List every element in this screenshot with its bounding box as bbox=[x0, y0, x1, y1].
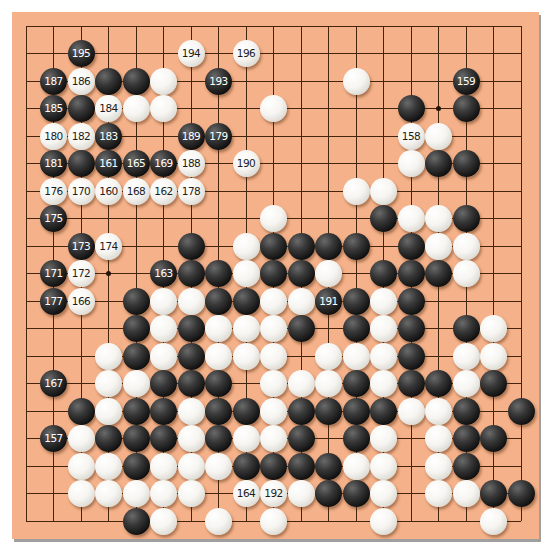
stone-white[interactable] bbox=[398, 205, 425, 232]
stone-white[interactable]: 160 bbox=[95, 178, 122, 205]
stone-white[interactable]: 190 bbox=[233, 150, 260, 177]
stone-white[interactable] bbox=[150, 480, 177, 507]
move-number-label: 157 bbox=[40, 425, 67, 452]
stone-black[interactable] bbox=[233, 453, 260, 480]
stone-black[interactable] bbox=[260, 233, 287, 260]
stone-white[interactable] bbox=[425, 123, 452, 150]
stone-white[interactable] bbox=[178, 453, 205, 480]
stone-black[interactable] bbox=[205, 398, 232, 425]
board-frame: 1951941961871861931591851841801821831891… bbox=[0, 0, 550, 550]
stone-white[interactable] bbox=[233, 343, 260, 370]
stone-white[interactable] bbox=[150, 288, 177, 315]
move-number-label: 181 bbox=[40, 150, 67, 177]
stone-white[interactable]: 162 bbox=[150, 178, 177, 205]
stone-white[interactable] bbox=[315, 370, 342, 397]
stone-black[interactable] bbox=[178, 233, 205, 260]
move-number-label: 166 bbox=[68, 288, 95, 315]
stone-black[interactable] bbox=[205, 370, 232, 397]
stone-black[interactable] bbox=[453, 95, 480, 122]
move-number-label: 182 bbox=[68, 123, 95, 150]
stone-white[interactable] bbox=[178, 288, 205, 315]
stone-white[interactable] bbox=[95, 343, 122, 370]
stone-black[interactable] bbox=[123, 288, 150, 315]
stone-black[interactable] bbox=[453, 425, 480, 452]
stone-white[interactable]: 174 bbox=[95, 233, 122, 260]
move-number-label: 196 bbox=[233, 40, 260, 67]
stone-black[interactable] bbox=[68, 95, 95, 122]
stone-white[interactable] bbox=[260, 508, 287, 535]
stone-black[interactable] bbox=[95, 425, 122, 452]
stone-black[interactable] bbox=[178, 370, 205, 397]
stone-white[interactable] bbox=[370, 425, 397, 452]
move-number-label: 173 bbox=[68, 233, 95, 260]
stone-black[interactable]: 189 bbox=[178, 123, 205, 150]
stone-white[interactable] bbox=[178, 480, 205, 507]
stone-white[interactable] bbox=[398, 150, 425, 177]
stone-white[interactable] bbox=[68, 453, 95, 480]
stone-white[interactable] bbox=[425, 233, 452, 260]
move-number-label: 163 bbox=[150, 260, 177, 287]
move-number-label: 187 bbox=[40, 68, 67, 95]
stone-black[interactable] bbox=[205, 288, 232, 315]
stone-black[interactable]: 179 bbox=[205, 123, 232, 150]
stone-black[interactable] bbox=[480, 480, 507, 507]
stone-black[interactable]: 175 bbox=[40, 205, 67, 232]
stone-black[interactable] bbox=[150, 425, 177, 452]
stone-white[interactable] bbox=[315, 343, 342, 370]
stone-white[interactable]: 192 bbox=[260, 480, 287, 507]
stone-black[interactable] bbox=[123, 398, 150, 425]
stone-white[interactable] bbox=[260, 398, 287, 425]
move-number-label: 167 bbox=[40, 370, 67, 397]
stone-white[interactable] bbox=[205, 315, 232, 342]
stone-white[interactable] bbox=[150, 95, 177, 122]
stone-black[interactable] bbox=[123, 343, 150, 370]
stone-black[interactable] bbox=[123, 425, 150, 452]
stone-black[interactable]: 163 bbox=[150, 260, 177, 287]
stone-black[interactable] bbox=[123, 508, 150, 535]
hoshi-point bbox=[106, 271, 111, 276]
stone-white[interactable] bbox=[260, 343, 287, 370]
stone-black[interactable] bbox=[343, 288, 370, 315]
stone-white[interactable] bbox=[150, 453, 177, 480]
stone-black[interactable]: 193 bbox=[205, 68, 232, 95]
stone-black[interactable] bbox=[425, 260, 452, 287]
stone-black[interactable]: 191 bbox=[315, 288, 342, 315]
stone-white[interactable] bbox=[343, 453, 370, 480]
stone-black[interactable] bbox=[205, 425, 232, 452]
stone-white[interactable] bbox=[260, 370, 287, 397]
stone-black[interactable] bbox=[315, 398, 342, 425]
grid-line-vertical bbox=[521, 26, 522, 521]
stone-black[interactable]: 185 bbox=[40, 95, 67, 122]
move-number-label: 164 bbox=[233, 480, 260, 507]
stone-white[interactable]: 188 bbox=[178, 150, 205, 177]
move-number-label: 175 bbox=[40, 205, 67, 232]
stone-white[interactable] bbox=[260, 95, 287, 122]
stone-black[interactable] bbox=[343, 480, 370, 507]
stone-black[interactable]: 195 bbox=[68, 40, 95, 67]
stone-black[interactable] bbox=[453, 453, 480, 480]
stone-white[interactable] bbox=[205, 508, 232, 535]
stone-black[interactable] bbox=[150, 370, 177, 397]
move-number-label: 159 bbox=[453, 68, 480, 95]
stone-white[interactable] bbox=[95, 398, 122, 425]
stone-white[interactable] bbox=[370, 480, 397, 507]
stone-black[interactable] bbox=[508, 398, 535, 425]
stone-black[interactable] bbox=[480, 370, 507, 397]
stone-white[interactable] bbox=[233, 315, 260, 342]
stone-white[interactable] bbox=[123, 95, 150, 122]
stone-black[interactable] bbox=[343, 398, 370, 425]
move-number-label: 168 bbox=[123, 178, 150, 205]
stone-white[interactable] bbox=[123, 480, 150, 507]
move-number-label: 165 bbox=[123, 150, 150, 177]
stone-black[interactable] bbox=[398, 315, 425, 342]
stone-white[interactable] bbox=[205, 343, 232, 370]
stone-black[interactable] bbox=[398, 288, 425, 315]
stone-black[interactable] bbox=[398, 95, 425, 122]
move-number-label: 178 bbox=[178, 178, 205, 205]
move-number-label: 170 bbox=[68, 178, 95, 205]
stone-white[interactable] bbox=[178, 425, 205, 452]
stone-black[interactable]: 177 bbox=[40, 288, 67, 315]
stone-black[interactable] bbox=[398, 370, 425, 397]
stone-white[interactable] bbox=[425, 398, 452, 425]
stone-black[interactable] bbox=[178, 315, 205, 342]
stone-white[interactable] bbox=[95, 480, 122, 507]
stone-white[interactable] bbox=[315, 260, 342, 287]
stone-white[interactable] bbox=[233, 260, 260, 287]
stone-black[interactable] bbox=[398, 260, 425, 287]
stone-black[interactable] bbox=[453, 398, 480, 425]
move-number-label: 176 bbox=[40, 178, 67, 205]
stone-white[interactable] bbox=[178, 398, 205, 425]
stone-black[interactable] bbox=[288, 453, 315, 480]
stone-black[interactable]: 161 bbox=[95, 150, 122, 177]
stone-black[interactable] bbox=[123, 68, 150, 95]
move-number-label: 177 bbox=[40, 288, 67, 315]
stone-white[interactable] bbox=[95, 453, 122, 480]
stone-black[interactable]: 173 bbox=[68, 233, 95, 260]
stone-black[interactable] bbox=[178, 343, 205, 370]
stone-white[interactable] bbox=[260, 288, 287, 315]
stone-white[interactable] bbox=[343, 68, 370, 95]
stone-black[interactable] bbox=[95, 68, 122, 95]
stone-black[interactable] bbox=[150, 398, 177, 425]
stone-black[interactable] bbox=[453, 150, 480, 177]
stone-white[interactable] bbox=[343, 178, 370, 205]
stone-black[interactable] bbox=[425, 150, 452, 177]
move-number-label: 161 bbox=[95, 150, 122, 177]
stone-black[interactable] bbox=[398, 343, 425, 370]
go-board[interactable]: 1951941961871861931591851841801821831891… bbox=[12, 12, 539, 539]
stone-black[interactable] bbox=[288, 233, 315, 260]
move-number-label: 179 bbox=[205, 123, 232, 150]
move-number-label: 184 bbox=[95, 95, 122, 122]
stone-white[interactable]: 166 bbox=[68, 288, 95, 315]
stone-black[interactable] bbox=[453, 315, 480, 342]
stone-white[interactable]: 168 bbox=[123, 178, 150, 205]
stone-black[interactable] bbox=[315, 480, 342, 507]
move-number-label: 190 bbox=[233, 150, 260, 177]
stone-black[interactable] bbox=[425, 370, 452, 397]
stone-white[interactable] bbox=[343, 343, 370, 370]
stone-black[interactable] bbox=[480, 425, 507, 452]
move-number-label: 158 bbox=[398, 123, 425, 150]
stone-white[interactable] bbox=[205, 453, 232, 480]
stone-white[interactable] bbox=[95, 370, 122, 397]
move-number-label: 162 bbox=[150, 178, 177, 205]
stone-white[interactable] bbox=[370, 370, 397, 397]
stone-white[interactable]: 164 bbox=[233, 480, 260, 507]
stone-white[interactable] bbox=[453, 370, 480, 397]
stone-black[interactable] bbox=[233, 398, 260, 425]
stone-white[interactable] bbox=[453, 260, 480, 287]
stone-black[interactable]: 183 bbox=[95, 123, 122, 150]
stone-white[interactable]: 172 bbox=[68, 260, 95, 287]
stone-white[interactable]: 176 bbox=[40, 178, 67, 205]
stone-black[interactable] bbox=[233, 288, 260, 315]
hoshi-point bbox=[436, 106, 441, 111]
stone-black[interactable] bbox=[123, 315, 150, 342]
stone-white[interactable] bbox=[150, 68, 177, 95]
move-number-label: 194 bbox=[178, 40, 205, 67]
stone-white[interactable] bbox=[68, 480, 95, 507]
stone-white[interactable]: 180 bbox=[40, 123, 67, 150]
stone-white[interactable] bbox=[425, 453, 452, 480]
stone-white[interactable]: 184 bbox=[95, 95, 122, 122]
move-number-label: 189 bbox=[178, 123, 205, 150]
move-number-label: 171 bbox=[40, 260, 67, 287]
stone-black[interactable]: 159 bbox=[453, 68, 480, 95]
stone-white[interactable]: 158 bbox=[398, 123, 425, 150]
stone-white[interactable]: 182 bbox=[68, 123, 95, 150]
stone-black[interactable]: 171 bbox=[40, 260, 67, 287]
stone-black[interactable] bbox=[315, 453, 342, 480]
stone-white[interactable] bbox=[480, 343, 507, 370]
move-number-label: 183 bbox=[95, 123, 122, 150]
stone-white[interactable] bbox=[260, 315, 287, 342]
move-number-label: 169 bbox=[150, 150, 177, 177]
move-number-label: 188 bbox=[178, 150, 205, 177]
stone-black[interactable] bbox=[178, 260, 205, 287]
stone-white[interactable] bbox=[425, 425, 452, 452]
stone-black[interactable]: 165 bbox=[123, 150, 150, 177]
stone-white[interactable] bbox=[370, 508, 397, 535]
move-number-label: 160 bbox=[95, 178, 122, 205]
move-number-label: 186 bbox=[68, 68, 95, 95]
stone-white[interactable] bbox=[233, 425, 260, 452]
stone-white[interactable] bbox=[370, 453, 397, 480]
stone-black[interactable]: 187 bbox=[40, 68, 67, 95]
move-number-label: 180 bbox=[40, 123, 67, 150]
stone-black[interactable] bbox=[288, 425, 315, 452]
stone-black[interactable] bbox=[68, 150, 95, 177]
stone-white[interactable] bbox=[370, 315, 397, 342]
stone-black[interactable] bbox=[343, 233, 370, 260]
stone-black[interactable] bbox=[288, 260, 315, 287]
move-number-label: 174 bbox=[95, 233, 122, 260]
stone-black[interactable] bbox=[260, 260, 287, 287]
stone-white[interactable] bbox=[370, 288, 397, 315]
move-number-label: 185 bbox=[40, 95, 67, 122]
stone-black[interactable] bbox=[123, 453, 150, 480]
stone-white[interactable]: 170 bbox=[68, 178, 95, 205]
stone-white[interactable] bbox=[288, 370, 315, 397]
stone-black[interactable] bbox=[508, 480, 535, 507]
stone-white[interactable] bbox=[123, 370, 150, 397]
stone-white[interactable] bbox=[68, 425, 95, 452]
stone-white[interactable] bbox=[150, 508, 177, 535]
stone-black[interactable] bbox=[260, 453, 287, 480]
stone-white[interactable] bbox=[453, 343, 480, 370]
stone-white[interactable] bbox=[453, 480, 480, 507]
stone-white[interactable]: 194 bbox=[178, 40, 205, 67]
stone-white[interactable]: 196 bbox=[233, 40, 260, 67]
stone-white[interactable] bbox=[233, 233, 260, 260]
stone-white[interactable] bbox=[260, 205, 287, 232]
stone-white[interactable] bbox=[288, 288, 315, 315]
move-number-label: 172 bbox=[68, 260, 95, 287]
stone-white[interactable] bbox=[398, 398, 425, 425]
stone-white[interactable] bbox=[370, 178, 397, 205]
stone-black[interactable] bbox=[68, 398, 95, 425]
stone-black[interactable] bbox=[288, 315, 315, 342]
stone-white[interactable] bbox=[260, 425, 287, 452]
stone-black[interactable]: 169 bbox=[150, 150, 177, 177]
stone-white[interactable] bbox=[150, 343, 177, 370]
stone-white[interactable] bbox=[480, 315, 507, 342]
stone-black[interactable] bbox=[370, 205, 397, 232]
stone-black[interactable] bbox=[343, 425, 370, 452]
stone-white[interactable] bbox=[288, 480, 315, 507]
move-number-label: 192 bbox=[260, 480, 287, 507]
stone-black[interactable] bbox=[288, 398, 315, 425]
stone-black[interactable] bbox=[315, 233, 342, 260]
move-number-label: 193 bbox=[205, 68, 232, 95]
stone-white[interactable] bbox=[150, 315, 177, 342]
stone-black[interactable] bbox=[343, 370, 370, 397]
stone-black[interactable]: 157 bbox=[40, 425, 67, 452]
stone-black[interactable] bbox=[370, 260, 397, 287]
stone-black[interactable] bbox=[343, 315, 370, 342]
move-number-label: 195 bbox=[68, 40, 95, 67]
stone-black[interactable]: 181 bbox=[40, 150, 67, 177]
stone-white[interactable]: 178 bbox=[178, 178, 205, 205]
move-number-label: 191 bbox=[315, 288, 342, 315]
stone-black[interactable] bbox=[398, 233, 425, 260]
stone-black[interactable] bbox=[370, 398, 397, 425]
stone-black[interactable] bbox=[205, 260, 232, 287]
stone-white[interactable] bbox=[480, 508, 507, 535]
stone-black[interactable] bbox=[453, 205, 480, 232]
stone-black[interactable]: 167 bbox=[40, 370, 67, 397]
stone-white[interactable] bbox=[453, 233, 480, 260]
stone-white[interactable]: 186 bbox=[68, 68, 95, 95]
stone-white[interactable] bbox=[370, 343, 397, 370]
stone-white[interactable] bbox=[425, 480, 452, 507]
stone-white[interactable] bbox=[425, 205, 452, 232]
